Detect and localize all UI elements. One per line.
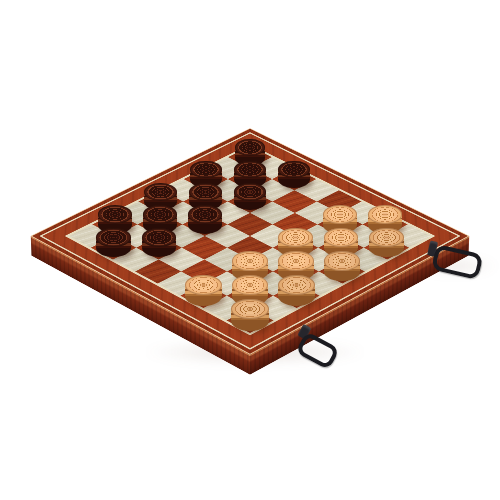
checker-dark-piece[interactable]	[142, 228, 177, 258]
checker-surface	[189, 183, 222, 201]
checker-dark-piece[interactable]	[188, 205, 222, 234]
checker-surface	[278, 228, 313, 247]
checker-light-piece[interactable]	[231, 299, 269, 331]
checkers-product-photo	[0, 0, 500, 500]
checker-surface	[324, 251, 360, 271]
checker-surface	[323, 205, 357, 224]
checker-light-piece[interactable]	[185, 275, 222, 306]
checker-dark-piece[interactable]	[278, 161, 310, 188]
checker-surface	[234, 161, 266, 178]
checker-surface	[234, 183, 267, 201]
checker-surface	[98, 205, 132, 224]
checker-surface	[142, 228, 177, 247]
pieces-layer	[0, 0, 500, 500]
checker-surface	[232, 275, 269, 295]
checker-surface	[369, 228, 404, 247]
checker-surface	[232, 251, 268, 271]
checker-light-piece[interactable]	[278, 275, 315, 306]
checker-surface	[190, 161, 222, 178]
checker-surface	[188, 205, 222, 224]
checker-light-piece[interactable]	[369, 228, 404, 258]
checker-dark-piece[interactable]	[96, 228, 131, 258]
checker-dark-piece[interactable]	[234, 183, 267, 211]
checker-surface	[278, 275, 315, 295]
checker-surface	[324, 228, 359, 247]
checker-surface	[96, 228, 131, 247]
checker-surface	[278, 251, 314, 271]
checker-surface	[143, 205, 177, 224]
checker-surface	[144, 183, 177, 201]
checker-surface	[185, 275, 222, 295]
checker-light-piece[interactable]	[324, 251, 360, 281]
checker-surface	[368, 205, 402, 224]
